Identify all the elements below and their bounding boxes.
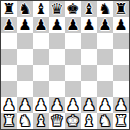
piece-white-pawn[interactable]: ♟ xyxy=(114,97,127,113)
piece-white-bishop[interactable]: ♝ xyxy=(82,113,95,129)
piece-black-rook[interactable]: ♜ xyxy=(114,1,127,17)
square-a8[interactable]: ♜ xyxy=(1,1,17,17)
square-b5[interactable] xyxy=(17,49,33,65)
square-d6[interactable] xyxy=(49,33,65,49)
square-h7[interactable]: ♟ xyxy=(113,17,129,33)
square-g3[interactable] xyxy=(97,81,113,97)
square-h2[interactable]: ♟ xyxy=(113,97,129,113)
square-g1[interactable]: ♞ xyxy=(97,113,113,129)
square-h5[interactable] xyxy=(113,49,129,65)
piece-black-pawn[interactable]: ♟ xyxy=(34,17,47,33)
square-c5[interactable] xyxy=(33,49,49,65)
square-a2[interactable]: ♟ xyxy=(1,97,17,113)
piece-white-bishop[interactable]: ♝ xyxy=(34,113,47,129)
square-b7[interactable]: ♟ xyxy=(17,17,33,33)
square-a5[interactable] xyxy=(1,49,17,65)
square-f1[interactable]: ♝ xyxy=(81,113,97,129)
piece-white-pawn[interactable]: ♟ xyxy=(82,97,95,113)
square-b8[interactable]: ♞ xyxy=(17,1,33,17)
chess-board: ♜♞♝♛♚♝♞♜♟♟♟♟♟♟♟♟♟♟♟♟♟♟♟♟♜♞♝♛♚♝♞♜ xyxy=(0,0,130,130)
piece-white-king[interactable]: ♚ xyxy=(66,113,79,129)
piece-black-pawn[interactable]: ♟ xyxy=(50,17,63,33)
piece-black-bishop[interactable]: ♝ xyxy=(82,1,95,17)
square-f5[interactable] xyxy=(81,49,97,65)
square-e2[interactable]: ♟ xyxy=(65,97,81,113)
square-d1[interactable]: ♛ xyxy=(49,113,65,129)
piece-white-rook[interactable]: ♜ xyxy=(2,113,15,129)
square-h3[interactable] xyxy=(113,81,129,97)
piece-white-pawn[interactable]: ♟ xyxy=(66,97,79,113)
square-f8[interactable]: ♝ xyxy=(81,1,97,17)
square-a3[interactable] xyxy=(1,81,17,97)
square-d3[interactable] xyxy=(49,81,65,97)
piece-white-queen[interactable]: ♛ xyxy=(50,113,63,129)
piece-black-pawn[interactable]: ♟ xyxy=(114,17,127,33)
piece-black-king[interactable]: ♚ xyxy=(66,1,79,17)
piece-black-pawn[interactable]: ♟ xyxy=(2,17,15,33)
square-g8[interactable]: ♞ xyxy=(97,1,113,17)
square-h1[interactable]: ♜ xyxy=(113,113,129,129)
square-d4[interactable] xyxy=(49,65,65,81)
square-f3[interactable] xyxy=(81,81,97,97)
piece-black-rook[interactable]: ♜ xyxy=(2,1,15,17)
square-c7[interactable]: ♟ xyxy=(33,17,49,33)
square-h4[interactable] xyxy=(113,65,129,81)
square-a4[interactable] xyxy=(1,65,17,81)
square-c4[interactable] xyxy=(33,65,49,81)
square-g6[interactable] xyxy=(97,33,113,49)
square-b2[interactable]: ♟ xyxy=(17,97,33,113)
square-e5[interactable] xyxy=(65,49,81,65)
square-a6[interactable] xyxy=(1,33,17,49)
square-d8[interactable]: ♛ xyxy=(49,1,65,17)
square-e8[interactable]: ♚ xyxy=(65,1,81,17)
square-d5[interactable] xyxy=(49,49,65,65)
square-h8[interactable]: ♜ xyxy=(113,1,129,17)
piece-white-pawn[interactable]: ♟ xyxy=(50,97,63,113)
square-a1[interactable]: ♜ xyxy=(1,113,17,129)
square-d7[interactable]: ♟ xyxy=(49,17,65,33)
piece-black-pawn[interactable]: ♟ xyxy=(18,17,31,33)
piece-white-pawn[interactable]: ♟ xyxy=(98,97,111,113)
piece-white-pawn[interactable]: ♟ xyxy=(18,97,31,113)
square-c6[interactable] xyxy=(33,33,49,49)
piece-black-queen[interactable]: ♛ xyxy=(50,1,63,17)
square-h6[interactable] xyxy=(113,33,129,49)
piece-black-pawn[interactable]: ♟ xyxy=(98,17,111,33)
square-e1[interactable]: ♚ xyxy=(65,113,81,129)
square-e4[interactable] xyxy=(65,65,81,81)
square-a7[interactable]: ♟ xyxy=(1,17,17,33)
square-f7[interactable]: ♟ xyxy=(81,17,97,33)
square-g4[interactable] xyxy=(97,65,113,81)
piece-white-knight[interactable]: ♞ xyxy=(18,113,31,129)
piece-black-knight[interactable]: ♞ xyxy=(98,1,111,17)
square-g5[interactable] xyxy=(97,49,113,65)
square-f2[interactable]: ♟ xyxy=(81,97,97,113)
square-g7[interactable]: ♟ xyxy=(97,17,113,33)
square-e7[interactable]: ♟ xyxy=(65,17,81,33)
square-b1[interactable]: ♞ xyxy=(17,113,33,129)
piece-black-pawn[interactable]: ♟ xyxy=(82,17,95,33)
square-c8[interactable]: ♝ xyxy=(33,1,49,17)
square-c3[interactable] xyxy=(33,81,49,97)
square-d2[interactable]: ♟ xyxy=(49,97,65,113)
square-b4[interactable] xyxy=(17,65,33,81)
square-e3[interactable] xyxy=(65,81,81,97)
piece-white-rook[interactable]: ♜ xyxy=(114,113,127,129)
piece-white-pawn[interactable]: ♟ xyxy=(34,97,47,113)
square-f4[interactable] xyxy=(81,65,97,81)
piece-black-pawn[interactable]: ♟ xyxy=(66,17,79,33)
piece-black-bishop[interactable]: ♝ xyxy=(34,1,47,17)
square-g2[interactable]: ♟ xyxy=(97,97,113,113)
square-b6[interactable] xyxy=(17,33,33,49)
piece-white-pawn[interactable]: ♟ xyxy=(2,97,15,113)
square-e6[interactable] xyxy=(65,33,81,49)
square-c2[interactable]: ♟ xyxy=(33,97,49,113)
square-f6[interactable] xyxy=(81,33,97,49)
square-c1[interactable]: ♝ xyxy=(33,113,49,129)
piece-black-knight[interactable]: ♞ xyxy=(18,1,31,17)
piece-white-knight[interactable]: ♞ xyxy=(98,113,111,129)
square-b3[interactable] xyxy=(17,81,33,97)
